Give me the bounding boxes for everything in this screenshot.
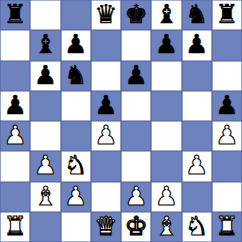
square-h7[interactable] (212, 30, 242, 60)
square-e1[interactable]: ♚ (121, 212, 151, 242)
black-pawn-icon: ♟ (64, 31, 87, 57)
square-h6[interactable] (212, 61, 242, 91)
square-b6[interactable]: ♟ (30, 61, 60, 91)
square-d1[interactable]: ♛ (91, 212, 121, 242)
white-knight-icon: ♞ (64, 152, 87, 178)
square-a6[interactable] (0, 61, 30, 91)
black-pawn-icon: ♟ (3, 92, 26, 118)
square-f6[interactable] (151, 61, 181, 91)
square-d2[interactable] (91, 182, 121, 212)
square-a5[interactable]: ♟ (0, 91, 30, 121)
black-king-icon: ♚ (124, 1, 147, 27)
square-g1[interactable]: ♞ (182, 212, 212, 242)
white-pawn-icon: ♟ (94, 122, 117, 148)
square-h3[interactable] (212, 151, 242, 181)
black-rook-icon: ♜ (215, 1, 238, 27)
square-c1[interactable] (61, 212, 91, 242)
square-e4[interactable] (121, 121, 151, 151)
black-knight-icon: ♞ (185, 1, 208, 27)
square-c8[interactable] (61, 0, 91, 30)
square-g8[interactable]: ♞ (182, 0, 212, 30)
square-d4[interactable]: ♟ (91, 121, 121, 151)
black-knight-icon: ♞ (64, 62, 87, 88)
square-f4[interactable] (151, 121, 181, 151)
square-g7[interactable]: ♟ (182, 30, 212, 60)
square-b8[interactable] (30, 0, 60, 30)
square-f1[interactable]: ♝ (151, 212, 181, 242)
square-f3[interactable] (151, 151, 181, 181)
white-pawn-icon: ♟ (3, 122, 26, 148)
square-a1[interactable]: ♜ (0, 212, 30, 242)
square-g4[interactable] (182, 121, 212, 151)
black-pawn-icon: ♟ (185, 31, 208, 57)
square-g2[interactable] (182, 182, 212, 212)
square-e6[interactable]: ♟ (121, 61, 151, 91)
white-queen-icon: ♛ (94, 213, 117, 239)
square-f8[interactable]: ♝ (151, 0, 181, 30)
square-b5[interactable] (30, 91, 60, 121)
square-d6[interactable] (91, 61, 121, 91)
square-c3[interactable]: ♞ (61, 151, 91, 181)
square-c6[interactable]: ♞ (61, 61, 91, 91)
white-knight-icon: ♞ (185, 213, 208, 239)
square-d8[interactable]: ♛ (91, 0, 121, 30)
square-c2[interactable]: ♟ (61, 182, 91, 212)
black-queen-icon: ♛ (94, 1, 117, 27)
square-a7[interactable] (0, 30, 30, 60)
black-pawn-icon: ♟ (155, 31, 178, 57)
square-f5[interactable] (151, 91, 181, 121)
square-b4[interactable] (30, 121, 60, 151)
black-bishop-icon: ♝ (155, 1, 178, 27)
square-b7[interactable]: ♝ (30, 30, 60, 60)
black-pawn-icon: ♟ (215, 92, 238, 118)
black-pawn-icon: ♟ (94, 92, 117, 118)
white-rook-icon: ♜ (3, 213, 26, 239)
square-g3[interactable]: ♟ (182, 151, 212, 181)
square-g5[interactable] (182, 91, 212, 121)
square-a3[interactable] (0, 151, 30, 181)
black-pawn-icon: ♟ (124, 62, 147, 88)
square-h8[interactable]: ♜ (212, 0, 242, 30)
white-pawn-icon: ♟ (34, 152, 57, 178)
square-b1[interactable] (30, 212, 60, 242)
square-h4[interactable]: ♟ (212, 121, 242, 151)
square-e7[interactable] (121, 30, 151, 60)
black-rook-icon: ♜ (3, 1, 26, 27)
white-pawn-icon: ♟ (155, 183, 178, 209)
square-g6[interactable] (182, 61, 212, 91)
square-c5[interactable] (61, 91, 91, 121)
square-e5[interactable] (121, 91, 151, 121)
white-king-icon: ♚ (124, 213, 147, 239)
square-c7[interactable]: ♟ (61, 30, 91, 60)
white-pawn-icon: ♟ (64, 183, 87, 209)
square-f7[interactable]: ♟ (151, 30, 181, 60)
square-b2[interactable]: ♝ (30, 182, 60, 212)
white-pawn-icon: ♟ (124, 183, 147, 209)
square-b3[interactable]: ♟ (30, 151, 60, 181)
black-bishop-icon: ♝ (34, 31, 57, 57)
square-e3[interactable] (121, 151, 151, 181)
square-h2[interactable] (212, 182, 242, 212)
square-a2[interactable] (0, 182, 30, 212)
square-d3[interactable] (91, 151, 121, 181)
white-rook-icon: ♜ (215, 213, 238, 239)
square-h5[interactable]: ♟ (212, 91, 242, 121)
white-pawn-icon: ♟ (185, 152, 208, 178)
white-bishop-icon: ♝ (155, 213, 178, 239)
chess-board: ♜♛♚♝♞♜♝♟♟♟♟♞♟♟♟♟♟♟♟♟♞♟♝♟♟♟♜♛♚♝♞♜ (0, 0, 242, 242)
square-c4[interactable] (61, 121, 91, 151)
square-f2[interactable]: ♟ (151, 182, 181, 212)
square-a8[interactable]: ♜ (0, 0, 30, 30)
square-e2[interactable]: ♟ (121, 182, 151, 212)
black-pawn-icon: ♟ (34, 62, 57, 88)
square-d5[interactable]: ♟ (91, 91, 121, 121)
square-a4[interactable]: ♟ (0, 121, 30, 151)
white-bishop-icon: ♝ (34, 183, 57, 209)
square-e8[interactable]: ♚ (121, 0, 151, 30)
square-h1[interactable]: ♜ (212, 212, 242, 242)
square-d7[interactable] (91, 30, 121, 60)
white-pawn-icon: ♟ (215, 122, 238, 148)
